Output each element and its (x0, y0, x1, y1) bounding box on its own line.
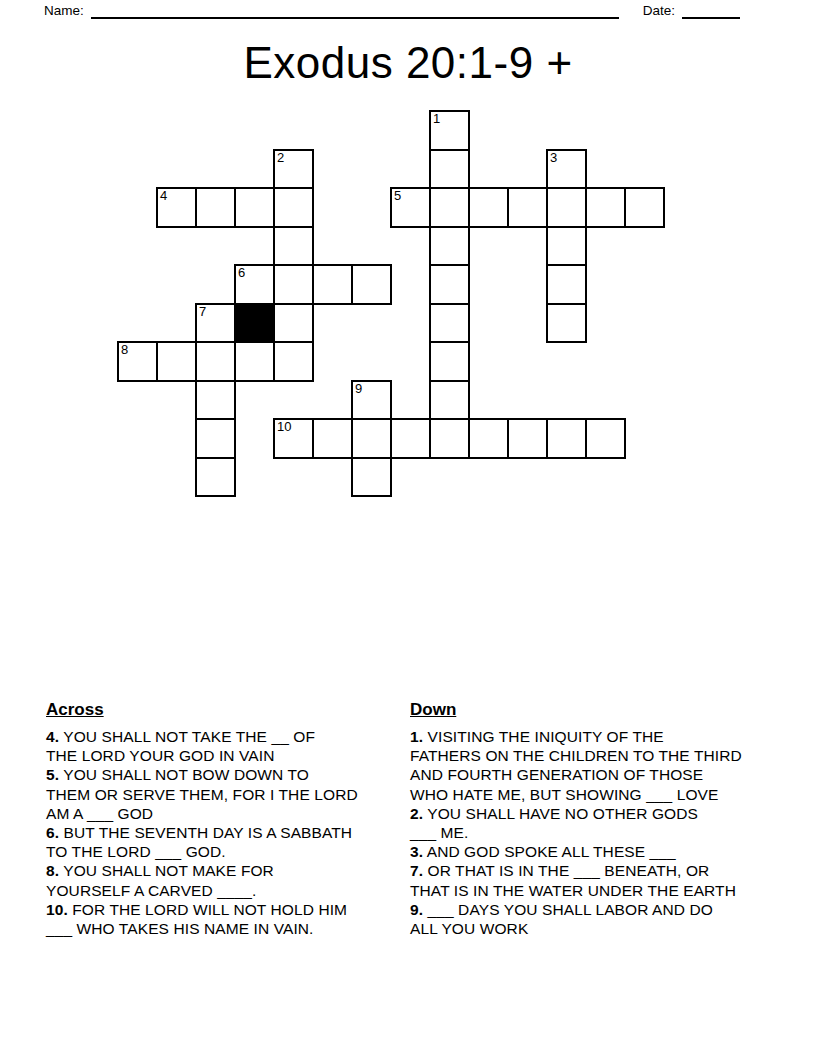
grid-cell[interactable] (429, 226, 470, 267)
clue-line: 2. YOU SHALL HAVE NO OTHER GODS (410, 804, 782, 823)
clue-number: 4. (46, 728, 59, 745)
clue-line: THAT IS IN THE WATER UNDER THE EARTH (410, 881, 782, 900)
clue-across-10: 10. FOR THE LORD WILL NOT HOLD HIM___ WH… (46, 900, 402, 938)
grid-cell[interactable] (195, 457, 236, 498)
down-title: Down (410, 700, 782, 720)
grid-cell[interactable] (546, 418, 587, 459)
grid-cell[interactable] (546, 303, 587, 344)
grid-cell[interactable]: 5 (390, 187, 431, 228)
grid-cell[interactable] (195, 187, 236, 228)
grid-cell[interactable]: 2 (273, 149, 314, 190)
clue-down-3: 3. AND GOD SPOKE ALL THESE ___ (410, 842, 782, 861)
grid-cell[interactable] (156, 341, 197, 382)
cell-number: 3 (550, 151, 557, 164)
grid-cell[interactable] (234, 341, 275, 382)
across-title: Across (46, 700, 402, 720)
cell-number: 4 (160, 189, 167, 202)
grid-cell[interactable]: 6 (234, 264, 275, 305)
grid-cell[interactable] (429, 187, 470, 228)
grid-cell[interactable] (273, 226, 314, 267)
clue-line: TO THE LORD ___ GOD. (46, 842, 402, 861)
grid-cell[interactable]: 10 (273, 418, 314, 459)
clue-line: 8. YOU SHALL NOT MAKE FOR (46, 861, 402, 880)
grid-cell[interactable]: 3 (546, 149, 587, 190)
grid-cell[interactable] (429, 264, 470, 305)
grid-cell[interactable] (429, 380, 470, 421)
clue-line: THE LORD YOUR GOD IN VAIN (46, 746, 402, 765)
grid-cell[interactable]: 1 (429, 110, 470, 151)
grid-cell[interactable] (468, 418, 509, 459)
cell-number: 1 (433, 112, 440, 125)
cell-number: 9 (355, 382, 362, 395)
grid-cell[interactable]: 4 (156, 187, 197, 228)
clue-down-9: 9. ___ DAYS YOU SHALL LABOR AND DOALL YO… (410, 900, 782, 938)
clue-line: AM A ___ GOD (46, 804, 402, 823)
cell-number: 5 (394, 189, 401, 202)
across-clue-list: 4. YOU SHALL NOT TAKE THE __ OFTHE LORD … (46, 727, 402, 938)
clue-line: THEM OR SERVE THEM, FOR I THE LORD (46, 785, 402, 804)
grid-cell[interactable] (234, 187, 275, 228)
clue-line: FATHERS ON THE CHILDREN TO THE THIRD (410, 746, 782, 765)
clue-down-2: 2. YOU SHALL HAVE NO OTHER GODS___ ME. (410, 804, 782, 842)
clue-line: 7. OR THAT IS IN THE ___ BENEATH, OR (410, 861, 782, 880)
down-clue-list: 1. VISITING THE INIQUITY OF THEFATHERS O… (410, 727, 782, 938)
clue-across-5: 5. YOU SHALL NOT BOW DOWN TOTHEM OR SERV… (46, 765, 402, 823)
grid-cell[interactable] (351, 418, 392, 459)
clue-number: 2. (410, 805, 423, 822)
clue-across-6: 6. BUT THE SEVENTH DAY IS A SABBATHTO TH… (46, 823, 402, 861)
grid-cell[interactable]: 7 (195, 303, 236, 344)
grid-cell[interactable] (273, 264, 314, 305)
grid-cell[interactable] (585, 187, 626, 228)
grid-cell[interactable] (390, 418, 431, 459)
cell-number: 10 (277, 420, 291, 433)
clue-line: 10. FOR THE LORD WILL NOT HOLD HIM (46, 900, 402, 919)
clue-number: 8. (46, 862, 59, 879)
grid-cell[interactable] (429, 149, 470, 190)
page-title: Exodus 20:1-9 + (0, 38, 816, 88)
clue-line: WHO HATE ME, BUT SHOWING ___ LOVE (410, 785, 782, 804)
grid-cell[interactable] (429, 303, 470, 344)
grid-cell[interactable] (546, 187, 587, 228)
clue-number: 6. (46, 824, 59, 841)
clue-line: 6. BUT THE SEVENTH DAY IS A SABBATH (46, 823, 402, 842)
clue-number: 5. (46, 766, 59, 783)
grid-cell[interactable] (429, 341, 470, 382)
grid-cell[interactable]: 8 (117, 341, 158, 382)
across-section: Across 4. YOU SHALL NOT TAKE THE __ OFTH… (46, 700, 402, 938)
clue-down-7: 7. OR THAT IS IN THE ___ BENEATH, ORTHAT… (410, 861, 782, 899)
grid-cell[interactable]: 9 (351, 380, 392, 421)
name-label: Name: (44, 3, 91, 19)
grid-cell[interactable] (273, 187, 314, 228)
clue-number: 9. (410, 901, 423, 918)
cell-number: 2 (277, 151, 284, 164)
grid-cell[interactable] (195, 380, 236, 421)
clue-line: ___ ME. (410, 823, 782, 842)
name-field-line[interactable] (91, 2, 619, 19)
grid-cell[interactable] (546, 264, 587, 305)
date-label: Date: (643, 3, 682, 19)
clue-line: AND FOURTH GENERATION OF THOSE (410, 765, 782, 784)
black-cell (234, 303, 275, 344)
grid-cell[interactable] (351, 264, 392, 305)
cell-number: 7 (199, 305, 206, 318)
grid-cell[interactable] (273, 303, 314, 344)
cell-number: 6 (238, 266, 245, 279)
clue-number: 1. (410, 728, 423, 745)
grid-cell[interactable] (429, 418, 470, 459)
clue-line: 4. YOU SHALL NOT TAKE THE __ OF (46, 727, 402, 746)
grid-cell[interactable] (312, 418, 353, 459)
date-field-line[interactable] (682, 2, 740, 19)
grid-cell[interactable] (312, 264, 353, 305)
grid-cell[interactable] (585, 418, 626, 459)
clue-line: ___ WHO TAKES HIS NAME IN VAIN. (46, 919, 402, 938)
clue-across-8: 8. YOU SHALL NOT MAKE FORYOURSELF A CARV… (46, 861, 402, 899)
grid-cell[interactable] (507, 418, 548, 459)
grid-cell[interactable] (195, 341, 236, 382)
clue-number: 10. (46, 901, 68, 918)
crossword-grid: 12345678910 (117, 110, 665, 498)
clue-number: 7. (410, 862, 423, 879)
clue-number: 3. (410, 843, 423, 860)
clue-line: ALL YOU WORK (410, 919, 782, 938)
clue-line: YOURSELF A CARVED ____. (46, 881, 402, 900)
clue-line: 3. AND GOD SPOKE ALL THESE ___ (410, 842, 782, 861)
grid-cell[interactable] (273, 341, 314, 382)
down-section: Down 1. VISITING THE INIQUITY OF THEFATH… (410, 700, 782, 938)
grid-cell[interactable] (507, 187, 548, 228)
grid-cell[interactable] (546, 226, 587, 267)
clue-down-1: 1. VISITING THE INIQUITY OF THEFATHERS O… (410, 727, 782, 804)
grid-cell[interactable] (351, 457, 392, 498)
clue-line: 1. VISITING THE INIQUITY OF THE (410, 727, 782, 746)
clue-line: 9. ___ DAYS YOU SHALL LABOR AND DO (410, 900, 782, 919)
grid-cell[interactable] (468, 187, 509, 228)
grid-cell[interactable] (624, 187, 665, 228)
clue-line: 5. YOU SHALL NOT BOW DOWN TO (46, 765, 402, 784)
grid-cell[interactable] (195, 418, 236, 459)
cell-number: 8 (121, 343, 128, 356)
worksheet-header: Name: Date: (0, 2, 816, 19)
clue-across-4: 4. YOU SHALL NOT TAKE THE __ OFTHE LORD … (46, 727, 402, 765)
